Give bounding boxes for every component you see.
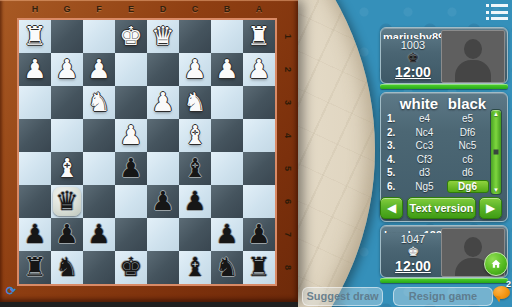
square-b6[interactable] <box>211 185 243 218</box>
black-pawn-c6: ♟ <box>179 185 211 218</box>
square-g6[interactable]: ♛ <box>51 185 83 218</box>
white-move[interactable]: Cf3 <box>403 154 446 165</box>
square-b3[interactable] <box>211 86 243 119</box>
square-h2[interactable]: ♟ <box>19 53 51 86</box>
black-pawn-h7: ♟ <box>19 218 51 251</box>
black-knight-b8: ♞ <box>211 251 243 284</box>
square-h7[interactable]: ♟ <box>19 218 51 251</box>
chat-button[interactable]: 2 <box>492 279 512 305</box>
square-b8[interactable]: ♞ <box>211 251 243 284</box>
square-b2[interactable]: ♟ <box>211 53 243 86</box>
chat-bubble-tail <box>493 295 500 302</box>
square-a1[interactable]: ♜ <box>243 20 275 53</box>
black-move[interactable]: d6 <box>446 167 489 178</box>
file-label-g: G <box>51 1 83 18</box>
white-pawn-c2: ♟ <box>179 53 211 86</box>
square-g8[interactable]: ♞ <box>51 251 83 284</box>
square-b1[interactable] <box>211 20 243 53</box>
move-row-1: 1.e4e5 <box>385 112 489 126</box>
square-c1[interactable] <box>179 20 211 53</box>
black-bishop-c8: ♝ <box>179 251 211 284</box>
white-bishop-g5: ♝ <box>51 152 83 185</box>
square-f5[interactable] <box>83 152 115 185</box>
white-knight-c3: ♞ <box>179 86 211 119</box>
square-e4[interactable]: ♟ <box>115 119 147 152</box>
square-d6[interactable]: ♟ <box>147 185 179 218</box>
move-list: 1.e4e52.Nc4Df63.Cc3Nc54.Cf3c65.d3d66.Ng5… <box>385 112 489 193</box>
black-rook-a8: ♜ <box>243 251 275 284</box>
move-row-5: 5.d3d6 <box>385 166 489 180</box>
square-e1[interactable]: ♚ <box>115 20 147 53</box>
square-e8[interactable]: ♚ <box>115 251 147 284</box>
white-pawn-b2: ♟ <box>211 53 243 86</box>
square-f6[interactable] <box>83 185 115 218</box>
move-number: 5. <box>385 167 403 178</box>
square-e6[interactable] <box>115 185 147 218</box>
black-pawn-b7: ♟ <box>211 218 243 251</box>
move-number: 1. <box>385 113 403 124</box>
square-c3[interactable]: ♞ <box>179 86 211 119</box>
scrollbar-thumb[interactable]: ▲ ▼ <box>491 110 501 194</box>
white-bishop-c4: ♝ <box>179 119 211 152</box>
left-arrow-icon: ◀ <box>387 201 396 215</box>
square-h4[interactable] <box>19 119 51 152</box>
black-queen-g6: ♛ <box>51 185 83 218</box>
black-move[interactable]: e5 <box>446 113 489 124</box>
file-label-b: B <box>211 1 243 18</box>
file-label-f: F <box>83 1 115 18</box>
white-knight-f3: ♞ <box>83 86 115 119</box>
move-list-scrollbar[interactable]: ▲ ▼ <box>490 109 502 195</box>
square-d5[interactable] <box>147 152 179 185</box>
file-label-h: H <box>19 1 51 18</box>
square-a3[interactable] <box>243 86 275 119</box>
square-d7[interactable] <box>147 218 179 251</box>
white-queen-d1: ♛ <box>147 20 179 53</box>
square-d3[interactable]: ♟ <box>147 86 179 119</box>
menu-icon[interactable] <box>486 4 508 20</box>
player-clock: 12:00 <box>395 258 431 274</box>
scrollbar-grip <box>494 150 499 155</box>
white-rook-a1: ♜ <box>243 20 275 53</box>
square-c4[interactable]: ♝ <box>179 119 211 152</box>
square-f8[interactable] <box>83 251 115 284</box>
square-e7[interactable] <box>115 218 147 251</box>
black-king-icon: ♚ <box>407 51 419 64</box>
square-c6[interactable]: ♟ <box>179 185 211 218</box>
square-e5[interactable]: ♟ <box>115 152 147 185</box>
white-move[interactable]: Ng5 <box>403 181 446 192</box>
move-number: 6. <box>385 181 403 192</box>
move-number: 3. <box>385 140 403 151</box>
suggest-draw-button[interactable]: Suggest draw <box>302 287 383 306</box>
player-clock: 12:00 <box>395 64 431 80</box>
square-f4[interactable] <box>83 119 115 152</box>
square-g1[interactable] <box>51 20 83 53</box>
board-shadow-strip <box>0 302 298 307</box>
scroll-down-icon[interactable]: ▼ <box>491 187 501 193</box>
square-g3[interactable] <box>51 86 83 119</box>
file-label-d: D <box>147 1 179 18</box>
square-d4[interactable] <box>147 119 179 152</box>
white-pawn-h2: ♟ <box>19 53 51 86</box>
square-a6[interactable] <box>243 185 275 218</box>
avatar <box>441 30 505 83</box>
white-move[interactable]: d3 <box>403 167 446 178</box>
player-card-bottom: bogdan123 1047 ♚ 12:00 <box>380 225 508 278</box>
black-move[interactable]: c6 <box>446 154 489 165</box>
rotate-board-icon[interactable]: ⟳ <box>4 284 18 298</box>
black-move[interactable]: Nc5 <box>446 140 489 151</box>
avatar-head <box>464 237 482 257</box>
black-bishop-c5: ♝ <box>179 152 211 185</box>
square-g7[interactable]: ♟ <box>51 218 83 251</box>
square-a8[interactable]: ♜ <box>243 251 275 284</box>
previous-move-button[interactable]: ◀ <box>380 197 403 219</box>
square-c7[interactable] <box>179 218 211 251</box>
black-pawn-g7: ♟ <box>51 218 83 251</box>
player-card-top: mariusbv89 1003 ♚ 12:00 <box>380 27 508 84</box>
move-number: 4. <box>385 154 403 165</box>
square-g5[interactable]: ♝ <box>51 152 83 185</box>
black-pawn-a7: ♟ <box>243 218 275 251</box>
black-move[interactable]: Df6 <box>446 127 489 138</box>
square-c2[interactable]: ♟ <box>179 53 211 86</box>
move-row-6: 6.Ng5Dg6 <box>385 180 489 194</box>
move-row-2: 2.Nc4Df6 <box>385 126 489 140</box>
chess-app-root: HGFEDCBA 12345678 ♜♚♛♜♟♟♟♟♟♟♞♟♞♟♝♝♟♝♛♟♟♟… <box>0 0 512 307</box>
square-a5[interactable] <box>243 152 275 185</box>
black-move[interactable]: Dg6 <box>446 180 489 193</box>
column-header-black: black <box>443 95 491 112</box>
square-b5[interactable] <box>211 152 243 185</box>
right-arrow-icon: ▶ <box>486 201 495 215</box>
resign-game-button[interactable]: Resign game <box>393 287 493 306</box>
move-row-3: 3.Cc3Nc5 <box>385 139 489 153</box>
white-pawn-f2: ♟ <box>83 53 115 86</box>
square-f2[interactable]: ♟ <box>83 53 115 86</box>
column-header-white: white <box>395 95 443 112</box>
next-move-button[interactable]: ▶ <box>479 197 502 219</box>
square-b4[interactable] <box>211 119 243 152</box>
square-c5[interactable]: ♝ <box>179 152 211 185</box>
white-move[interactable]: e4 <box>403 113 446 124</box>
square-h6[interactable] <box>19 185 51 218</box>
avatar-head <box>464 39 482 59</box>
white-pawn-g2: ♟ <box>51 53 83 86</box>
white-king-icon: ♚ <box>407 245 419 258</box>
white-rook-h1: ♜ <box>19 20 51 53</box>
avatar-torso <box>455 60 491 83</box>
chess-board: ♜♚♛♜♟♟♟♟♟♟♞♟♞♟♝♝♟♝♛♟♟♟♟♟♟♟♜♞♚♝♞♜ <box>17 18 277 286</box>
white-move[interactable]: Cc3 <box>403 140 446 151</box>
square-h8[interactable]: ♜ <box>19 251 51 284</box>
file-labels: HGFEDCBA <box>19 1 275 18</box>
square-e3[interactable] <box>115 86 147 119</box>
scroll-up-icon[interactable]: ▲ <box>491 111 501 117</box>
square-d8[interactable] <box>147 251 179 284</box>
black-pawn-f7: ♟ <box>83 218 115 251</box>
black-king-e8: ♚ <box>115 251 147 284</box>
black-pawn-e5: ♟ <box>115 152 147 185</box>
white-pawn-d3: ♟ <box>147 86 179 119</box>
square-a4[interactable] <box>243 119 275 152</box>
text-version-button[interactable]: Text version <box>407 197 476 219</box>
file-label-c: C <box>179 1 211 18</box>
move-row-4: 4.Cf3c6 <box>385 153 489 167</box>
square-h1[interactable]: ♜ <box>19 20 51 53</box>
home-icon <box>490 258 502 270</box>
square-a2[interactable]: ♟ <box>243 53 275 86</box>
rank-labels: 12345678 <box>279 20 298 284</box>
square-g4[interactable] <box>51 119 83 152</box>
time-progress-bar-top <box>380 84 508 89</box>
square-h5[interactable] <box>19 152 51 185</box>
file-label-e: E <box>115 1 147 18</box>
chess-board-frame: HGFEDCBA 12345678 ♜♚♛♜♟♟♟♟♟♟♞♟♞♟♝♝♟♝♛♟♟♟… <box>0 0 298 302</box>
file-label-a: A <box>243 1 275 18</box>
white-move[interactable]: Nc4 <box>403 127 446 138</box>
square-b7[interactable]: ♟ <box>211 218 243 251</box>
player-name[interactable]: mariusbv89 <box>383 31 443 39</box>
square-f7[interactable]: ♟ <box>83 218 115 251</box>
black-pawn-d6: ♟ <box>147 185 179 218</box>
square-d2[interactable] <box>147 53 179 86</box>
black-rook-h8: ♜ <box>19 251 51 284</box>
square-g2[interactable]: ♟ <box>51 53 83 86</box>
online-status-badge[interactable] <box>484 252 508 276</box>
time-progress-bar-bottom <box>380 278 508 283</box>
square-e2[interactable] <box>115 53 147 86</box>
square-d1[interactable]: ♛ <box>147 20 179 53</box>
white-pawn-e4: ♟ <box>115 119 147 152</box>
white-king-e1: ♚ <box>115 20 147 53</box>
white-pawn-a2: ♟ <box>243 53 275 86</box>
square-h3[interactable] <box>19 86 51 119</box>
square-a7[interactable]: ♟ <box>243 218 275 251</box>
square-f3[interactable]: ♞ <box>83 86 115 119</box>
black-knight-g8: ♞ <box>51 251 83 284</box>
move-number: 2. <box>385 127 403 138</box>
square-c8[interactable]: ♝ <box>179 251 211 284</box>
square-f1[interactable] <box>83 20 115 53</box>
